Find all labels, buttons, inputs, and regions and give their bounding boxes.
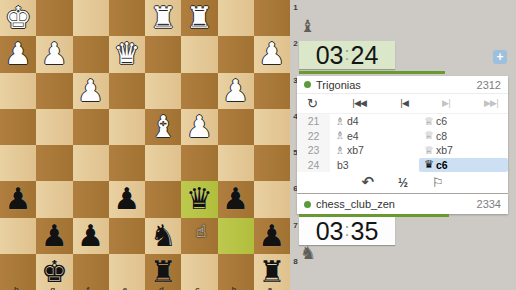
move-text: xb7 [347,144,364,156]
clock-colon: : [344,44,349,65]
square[interactable] [218,145,254,181]
black-queen[interactable]: ♛ [181,181,217,217]
file-label: b [232,285,237,290]
square[interactable] [254,145,290,181]
white-rook[interactable]: ♜ [181,0,217,36]
white-pawn[interactable]: ♟ [36,36,72,72]
square[interactable]: ♟ [0,181,36,217]
move-text: xb7 [436,144,453,156]
square[interactable] [145,181,181,217]
queen-figurine-icon: ♕ [424,116,434,127]
top-player-row: Trigonias 2312 [297,76,508,94]
mouse-cursor-icon: ☝ [196,221,206,241]
give-more-time-button[interactable]: + [493,50,507,64]
square[interactable] [145,145,181,181]
square[interactable] [73,36,109,72]
move-black[interactable]: ♕c6 [419,114,508,129]
file-label: d [159,285,164,290]
square[interactable] [0,109,36,145]
queen-figurine-icon: ♛ [424,159,434,170]
square[interactable] [73,109,109,145]
square[interactable]: ♟ [36,218,72,254]
file-label: f [87,285,90,290]
bishop-figurine-icon: ♗ [335,145,345,156]
square[interactable] [181,36,217,72]
queen-figurine-icon: ♕ [424,145,434,156]
white-king[interactable]: ♚ [0,0,36,36]
bottom-player-card: chess_club_zen 2334 [297,194,508,214]
square[interactable]: ♜ [181,0,217,36]
takeback-icon[interactable]: ↶ [361,175,374,190]
black-knight[interactable]: ♞ [145,218,181,254]
square[interactable] [145,36,181,72]
side-panel: 12345678 ♝ 03:24 + Trigonias 2312 ↻ |◀◀ … [290,0,516,290]
clock-colon: : [344,220,349,241]
move-text: c6 [436,159,448,171]
square[interactable] [181,145,217,181]
square[interactable]: ♟ [0,36,36,72]
square[interactable]: ♝ [145,109,181,145]
square[interactable] [181,73,217,109]
clock-minutes: 03 [316,41,344,70]
top-time-progress-bar [299,71,445,74]
rank-label: 8 [291,257,300,266]
resign-flag-icon[interactable]: ⚐ [432,176,444,189]
bottom-player-clock: 03:35 [299,217,395,245]
bottom-player-rating: 2334 [477,198,501,210]
square[interactable] [109,218,145,254]
black-pawn[interactable]: ♟ [36,218,72,254]
move-white[interactable]: ♗e4 [330,129,419,144]
square[interactable] [73,145,109,181]
clock-seconds: 35 [351,217,379,246]
captured-bishop-icon: ♝ [300,18,315,35]
square[interactable] [36,145,72,181]
square[interactable] [254,109,290,145]
top-player-rating: 2312 [477,79,501,91]
last-move-icon[interactable]: ▶▶| [484,99,498,108]
black-pawn[interactable]: ♟ [109,181,145,217]
file-label: e [123,285,127,290]
square[interactable] [36,181,72,217]
queen-figurine-icon: ♕ [424,130,434,141]
clock-minutes: 03 [316,217,344,246]
square[interactable]: ♟ [218,73,254,109]
square[interactable] [73,0,109,36]
square[interactable]: ♟ [36,36,72,72]
move-text: d4 [347,115,359,127]
clock-seconds: 24 [351,41,379,70]
white-queen[interactable]: ♛ [109,36,145,72]
white-rook[interactable]: ♜ [145,0,181,36]
move-white[interactable]: b3 [330,158,419,173]
white-pawn[interactable]: ♟ [254,36,290,72]
file-label: h [14,285,19,290]
move-row: 22 ♗e4 ♕c8 [297,129,508,144]
move-text: e4 [347,130,359,142]
game-actions-bar: ↶ ½ ⚐ [297,172,508,193]
move-text: c6 [436,115,447,127]
move-number: 22 [297,129,330,144]
square[interactable] [36,0,72,36]
black-pawn[interactable]: ♟ [254,218,290,254]
prev-move-icon[interactable]: |◀ [400,99,408,108]
square[interactable] [0,218,36,254]
square[interactable]: ♚ [0,0,36,36]
square[interactable]: ♟ [181,109,217,145]
square[interactable] [109,145,145,181]
square[interactable] [73,254,109,290]
white-pawn[interactable]: ♟ [181,109,217,145]
online-dot [304,81,311,88]
move-row: 21 ♗d4 ♕c6 [297,114,508,129]
square[interactable] [73,181,109,217]
square[interactable] [36,73,72,109]
square[interactable] [218,36,254,72]
top-player-name: Trigonias [316,79,361,91]
online-dot [304,201,311,208]
file-label: c [195,285,199,290]
move-white[interactable]: ♗xb7 [330,143,419,158]
square[interactable]: ♟ [218,181,254,217]
first-move-icon[interactable]: |◀◀ [352,99,366,108]
bottom-player-row: chess_club_zen 2334 [297,194,508,214]
move-black[interactable]: ♕xb7 [419,143,508,158]
black-pawn[interactable]: ♟ [0,181,36,217]
square[interactable] [218,0,254,36]
square[interactable]: ♛ [181,181,217,217]
black-pawn[interactable]: ♟ [218,181,254,217]
black-pawn[interactable]: ♟ [73,218,109,254]
square[interactable] [109,0,145,36]
rank-label: 1 [291,3,300,12]
current-move[interactable]: ♛c6 [419,158,508,173]
square[interactable]: ♟ [109,181,145,217]
square[interactable] [145,73,181,109]
next-move-icon[interactable]: ▶| [442,99,450,108]
square[interactable]: ♟ [73,218,109,254]
white-pawn[interactable]: ♟ [0,36,36,72]
square[interactable]: ♜ [145,0,181,36]
square[interactable] [0,73,36,109]
white-bishop[interactable]: ♝ [145,109,181,145]
square[interactable] [218,109,254,145]
square[interactable] [109,73,145,109]
bishop-figurine-icon: ♗ [335,130,345,141]
square[interactable] [109,109,145,145]
move-nav-bar: ↻ |◀◀ |◀ ▶| ▶▶| [297,94,508,114]
captured-knight-icon: ♞ [300,244,316,262]
white-pawn[interactable]: ♟ [218,73,254,109]
file-label: a [268,285,272,290]
file-label: g [50,285,55,290]
square[interactable]: ♟ [254,218,290,254]
move-text: b3 [337,159,349,171]
square[interactable]: ♛ [109,36,145,72]
move-number: 24 [297,158,330,173]
square[interactable]: ♞ [145,218,181,254]
square[interactable]: ♟ [73,73,109,109]
sync-icon[interactable]: ↻ [307,97,318,110]
draw-offer-icon[interactable]: ½ [398,177,408,189]
square[interactable] [218,218,254,254]
square[interactable]: ♟ [254,36,290,72]
square[interactable] [0,145,36,181]
square[interactable] [254,181,290,217]
move-text: c8 [436,130,447,142]
move-row: 24 b3 ♛c6 [297,158,508,173]
white-pawn[interactable]: ♟ [73,73,109,109]
move-number: 23 [297,143,330,158]
move-panel-card: Trigonias 2312 ↻ |◀◀ |◀ ▶| ▶▶| 21 ♗d4 ♕c… [297,76,508,193]
bottom-player-name: chess_club_zen [316,198,395,210]
top-player-clock: 03:24 [299,41,395,69]
move-white[interactable]: ♗d4 [330,114,419,129]
move-row: 23 ♗xb7 ♕xb7 [297,143,508,158]
square[interactable] [254,73,290,109]
bishop-figurine-icon: ♗ [335,116,345,127]
move-number: 21 [297,114,330,129]
square[interactable] [254,0,290,36]
game-screen: ♚♜♜♟♟♛♟♟♟♝♟♟♟♛♟♟♟♞♟♚♜♜hgfedcba ☝ 1234567… [0,0,516,290]
board[interactable]: ♚♜♜♟♟♛♟♟♟♝♟♟♟♛♟♟♟♞♟♚♜♜hgfedcba [0,0,290,290]
square[interactable] [36,109,72,145]
move-black[interactable]: ♕c8 [419,129,508,144]
